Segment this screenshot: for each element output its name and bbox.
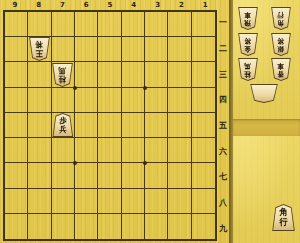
shogi-app: 987654321 一二三四五六七八九 王将桂馬歩兵 飛車角行金将銀将桂馬香車 … [0,0,300,243]
board-cell-8-4[interactable] [28,88,51,113]
piece-kanji: 銀将 [271,33,291,56]
board-cell-6-3[interactable] [75,62,98,87]
shogi-piece-角行[interactable]: 角行 [272,204,295,231]
board-cell-3-7[interactable] [145,163,168,188]
piece-kanji-char: 王 [36,49,43,58]
shogi-piece-歩兵[interactable]: 歩兵 [52,113,73,137]
sente-hand-tray: 角行 [233,136,300,243]
file-label: 2 [169,0,193,10]
board-cell-9-8[interactable] [5,189,28,214]
board-cell-3-3[interactable] [145,62,168,87]
piece-kanji: 桂馬 [52,63,73,87]
board-cell-4-8[interactable] [122,189,145,214]
file-label: 9 [3,0,27,10]
board-cell-9-6[interactable] [5,138,28,163]
board-cell-7-2[interactable] [52,37,75,62]
board-cell-8-2[interactable]: 王将 [28,37,51,62]
piece-kanji: 香車 [271,58,291,81]
board-cell-5-5[interactable] [98,113,121,138]
board-cell-2-5[interactable] [168,113,191,138]
file-labels: 987654321 [3,0,217,10]
piece-kanji-char: 行 [278,11,284,19]
hand-panel: 飛車角行金将銀将桂馬香車 角行 [229,0,300,243]
piece-anchor-7五: 歩兵 [52,113,73,137]
board-cell-6-8[interactable] [75,189,98,214]
board-cell-9-7[interactable] [5,163,28,188]
piece-kanji-char: 将 [278,37,284,45]
board-cell-5-3[interactable] [98,62,121,87]
board-cell-1-8[interactable] [192,189,215,214]
rank-labels: 一二三四五六七八九 [217,10,229,241]
piece-kanji-char: 将 [36,40,43,49]
rank-label: 九 [217,215,229,241]
shogi-piece-香車[interactable]: 香車 [271,58,291,81]
board-cell-9-2[interactable] [5,37,28,62]
board-cell-4-2[interactable] [122,37,145,62]
board-cell-8-5[interactable] [28,113,51,138]
piece-kanji-char: 金 [245,45,251,53]
shogi-piece-桂馬[interactable]: 桂馬 [238,58,258,81]
board-cell-1-3[interactable] [192,62,215,87]
piece-anchor-7三: 桂馬 [52,63,73,87]
board-cell-7-4[interactable] [52,88,75,113]
shogi-piece-銀将[interactable]: 銀将 [271,33,291,56]
tray-gap [233,119,300,136]
board-cell-5-8[interactable] [98,189,121,214]
shogi-piece-角行[interactable]: 角行 [271,7,291,30]
board-cell-8-1[interactable] [28,12,51,37]
board-cell-3-8[interactable] [145,189,168,214]
shogi-board-area: 987654321 一二三四五六七八九 王将桂馬歩兵 [0,0,229,243]
board-cell-6-4[interactable] [75,88,98,113]
board-cell-1-5[interactable] [192,113,215,138]
board-cell-8-6[interactable] [28,138,51,163]
board-cell-4-9[interactable] [122,214,145,239]
piece-face [251,85,277,102]
board-cell-3-4[interactable] [145,88,168,113]
board-cell-7-7[interactable] [52,163,75,188]
piece-kanji-char: 香 [278,70,284,78]
piece-kanji-char: 桂 [245,70,251,78]
board-cell-5-9[interactable] [98,214,121,239]
piece-kanji: 角行 [272,204,295,231]
piece-kanji: 歩兵 [52,113,73,137]
rank-label: 一 [217,10,229,36]
board-cell-1-9[interactable] [192,214,215,239]
board-cell-4-4[interactable] [122,88,145,113]
board-cell-4-5[interactable] [122,113,145,138]
board-cell-2-7[interactable] [168,163,191,188]
piece-kanji-char: 兵 [59,125,66,134]
hoshi-dot [143,86,147,90]
shogi-piece-金将[interactable]: 金将 [238,33,258,56]
hoshi-dot [73,161,77,165]
piece-kanji-char: 角 [278,19,284,27]
rank-label: 二 [217,36,229,62]
rank-label: 六 [217,138,229,164]
file-label: 1 [193,0,217,10]
board-cell-2-4[interactable] [168,88,191,113]
board-cell-9-3[interactable] [5,62,28,87]
piece-kanji-char: 馬 [59,66,66,75]
board-cell-3-1[interactable] [145,12,168,37]
shogi-piece-飛車[interactable]: 飛車 [238,7,258,30]
file-label: 4 [122,0,146,10]
piece-kanji-char: 角 [279,207,287,217]
piece-kanji-char: 飛 [245,19,251,27]
board-cell-7-5[interactable]: 歩兵 [52,113,75,138]
board-cell-5-2[interactable] [98,37,121,62]
board-cell-5-1[interactable] [98,12,121,37]
board-cell-6-9[interactable] [75,214,98,239]
piece-anchor-8二: 王将 [29,37,50,61]
board-cell-9-9[interactable] [5,214,28,239]
board-cell-8-9[interactable] [28,214,51,239]
board-cell-2-1[interactable] [168,12,191,37]
board-cell-1-7[interactable] [192,163,215,188]
board-cell-1-1[interactable] [192,12,215,37]
board-cell-6-7[interactable] [75,163,98,188]
board-cell-2-2[interactable] [168,37,191,62]
board-grid: 王将桂馬歩兵 [3,10,217,241]
board-cell-6-5[interactable] [75,113,98,138]
shogi-piece-facedown[interactable] [250,84,278,103]
piece-kanji-char: 将 [245,37,251,45]
board-cell-5-7[interactable] [98,163,121,188]
hoshi-dot [73,86,77,90]
board-cell-7-3[interactable]: 桂馬 [52,62,75,87]
board-cell-6-6[interactable] [75,138,98,163]
board-cell-8-3[interactable] [28,62,51,87]
board-cell-9-4[interactable] [5,88,28,113]
piece-kanji-char: 行 [279,217,287,227]
piece-kanji: 飛車 [238,7,258,30]
board-cell-8-7[interactable] [28,163,51,188]
piece-kanji-char: 車 [278,62,284,70]
board-cell-4-1[interactable] [122,12,145,37]
rank-label: 七 [217,164,229,190]
piece-kanji: 桂馬 [238,58,258,81]
file-label: 8 [27,0,51,10]
board-cell-1-4[interactable] [192,88,215,113]
board-cell-4-3[interactable] [122,62,145,87]
board-cell-7-6[interactable] [52,138,75,163]
board-cell-7-8[interactable] [52,189,75,214]
shogi-piece-桂馬[interactable]: 桂馬 [52,63,73,87]
piece-kanji-char: 銀 [278,45,284,53]
board-cell-7-9[interactable] [52,214,75,239]
board-cell-3-9[interactable] [145,214,168,239]
board-cell-2-6[interactable] [168,138,191,163]
rank-label: 三 [217,61,229,87]
board-cell-2-3[interactable] [168,62,191,87]
board-cell-4-7[interactable] [122,163,145,188]
file-label: 7 [51,0,75,10]
piece-kanji: 金将 [238,33,258,56]
board-cell-6-1[interactable] [75,12,98,37]
board-cell-1-2[interactable] [192,37,215,62]
file-label: 3 [146,0,170,10]
piece-kanji-char: 桂 [59,75,66,84]
board-cell-9-1[interactable] [5,12,28,37]
board-cell-2-9[interactable] [168,214,191,239]
board-cell-8-8[interactable] [28,189,51,214]
file-label: 5 [98,0,122,10]
rank-label: 五 [217,113,229,139]
piece-kanji-char: 車 [245,11,251,19]
board-cell-3-5[interactable] [145,113,168,138]
board-cell-1-6[interactable] [192,138,215,163]
piece-kanji-char: 歩 [59,116,66,125]
piece-kanji-char: 馬 [245,62,251,70]
board-cell-6-2[interactable] [75,37,98,62]
board-cell-9-5[interactable] [5,113,28,138]
board-cell-7-1[interactable] [52,12,75,37]
board-cell-3-2[interactable] [145,37,168,62]
file-label: 6 [74,0,98,10]
rank-label: 八 [217,190,229,216]
board-cell-2-8[interactable] [168,189,191,214]
board-cell-5-6[interactable] [98,138,121,163]
hoshi-dot [143,161,147,165]
piece-kanji: 角行 [271,7,291,30]
gote-hand-tray: 飛車角行金将銀将桂馬香車 [233,0,300,119]
shogi-piece-王将[interactable]: 王将 [29,37,50,61]
board-cell-3-6[interactable] [145,138,168,163]
piece-kanji: 王将 [29,37,50,61]
rank-label: 四 [217,87,229,113]
board-cell-5-4[interactable] [98,88,121,113]
board-cell-4-6[interactable] [122,138,145,163]
